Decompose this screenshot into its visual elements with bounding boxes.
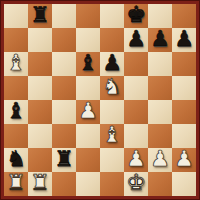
square-h3[interactable] [172,124,196,148]
square-h4[interactable] [172,100,196,124]
piece-black-pawn: ♟ [126,28,146,51]
board-frame: ♜♚♟♟♟♝♝♟♞♝♟♝♞♜♟♟♟♜♜♚ [0,0,200,200]
square-a4[interactable]: ♝ [4,100,28,124]
square-b8[interactable]: ♜ [28,4,52,28]
square-e7[interactable] [100,28,124,52]
square-c6[interactable] [52,52,76,76]
piece-white-knight: ♞ [102,76,122,99]
square-a8[interactable] [4,4,28,28]
square-b7[interactable] [28,28,52,52]
square-f8[interactable]: ♚ [124,4,148,28]
square-e1[interactable] [100,172,124,196]
square-g6[interactable] [148,52,172,76]
square-e3[interactable]: ♝ [100,124,124,148]
piece-black-pawn: ♟ [150,28,170,51]
square-h8[interactable] [172,4,196,28]
piece-black-pawn: ♟ [174,28,194,51]
square-f1[interactable]: ♚ [124,172,148,196]
piece-black-bishop: ♝ [78,52,98,75]
piece-white-pawn: ♟ [78,100,98,123]
square-h6[interactable] [172,52,196,76]
square-d1[interactable] [76,172,100,196]
piece-black-rook: ♜ [54,148,74,171]
square-a6[interactable]: ♝ [4,52,28,76]
square-c8[interactable] [52,4,76,28]
square-e8[interactable] [100,4,124,28]
square-e4[interactable] [100,100,124,124]
square-c7[interactable] [52,28,76,52]
square-d7[interactable] [76,28,100,52]
square-g7[interactable]: ♟ [148,28,172,52]
square-a3[interactable] [4,124,28,148]
square-g2[interactable]: ♟ [148,148,172,172]
square-d8[interactable] [76,4,100,28]
square-d3[interactable] [76,124,100,148]
piece-black-knight: ♞ [6,148,26,171]
square-g3[interactable] [148,124,172,148]
piece-black-king: ♚ [126,4,146,27]
square-e6[interactable]: ♟ [100,52,124,76]
square-f5[interactable] [124,76,148,100]
piece-white-rook: ♜ [30,172,50,195]
square-f3[interactable] [124,124,148,148]
square-c4[interactable] [52,100,76,124]
square-f2[interactable]: ♟ [124,148,148,172]
square-g4[interactable] [148,100,172,124]
square-d4[interactable]: ♟ [76,100,100,124]
square-b2[interactable] [28,148,52,172]
square-f6[interactable] [124,52,148,76]
piece-black-bishop: ♝ [6,100,26,123]
square-b4[interactable] [28,100,52,124]
square-a2[interactable]: ♞ [4,148,28,172]
square-g1[interactable] [148,172,172,196]
square-c5[interactable] [52,76,76,100]
square-b1[interactable]: ♜ [28,172,52,196]
square-e2[interactable] [100,148,124,172]
square-c2[interactable]: ♜ [52,148,76,172]
square-h7[interactable]: ♟ [172,28,196,52]
square-f7[interactable]: ♟ [124,28,148,52]
chess-diagram: ♜♚♟♟♟♝♝♟♞♝♟♝♞♜♟♟♟♜♜♚ [0,0,200,200]
square-c3[interactable] [52,124,76,148]
piece-white-pawn: ♟ [150,148,170,171]
square-a5[interactable] [4,76,28,100]
square-d6[interactable]: ♝ [76,52,100,76]
square-d5[interactable] [76,76,100,100]
square-c1[interactable] [52,172,76,196]
piece-white-pawn: ♟ [126,148,146,171]
square-h5[interactable] [172,76,196,100]
piece-white-bishop: ♝ [102,124,122,147]
piece-white-king: ♚ [126,172,146,195]
square-h2[interactable]: ♟ [172,148,196,172]
square-e5[interactable]: ♞ [100,76,124,100]
square-g5[interactable] [148,76,172,100]
square-b6[interactable] [28,52,52,76]
piece-black-pawn: ♟ [102,52,122,75]
piece-black-rook: ♜ [30,4,50,27]
square-g8[interactable] [148,4,172,28]
piece-white-pawn: ♟ [174,148,194,171]
square-h1[interactable] [172,172,196,196]
square-a1[interactable]: ♜ [4,172,28,196]
square-b3[interactable] [28,124,52,148]
piece-white-bishop: ♝ [6,52,26,75]
square-d2[interactable] [76,148,100,172]
square-b5[interactable] [28,76,52,100]
piece-white-rook: ♜ [6,172,26,195]
square-a7[interactable] [4,28,28,52]
square-f4[interactable] [124,100,148,124]
chess-board: ♜♚♟♟♟♝♝♟♞♝♟♝♞♜♟♟♟♜♜♚ [4,4,196,196]
